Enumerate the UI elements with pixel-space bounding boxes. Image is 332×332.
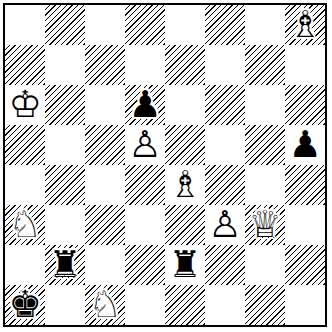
square-b1[interactable] [45,285,85,325]
square-a7[interactable] [5,45,45,85]
square-a8[interactable] [5,5,45,45]
square-e6[interactable] [165,85,205,125]
square-f2[interactable] [205,245,245,285]
square-e5[interactable] [165,125,205,165]
square-g8[interactable] [245,5,285,45]
square-c3[interactable] [85,205,125,245]
square-e3[interactable] [165,205,205,245]
square-g1[interactable] [245,285,285,325]
white-bishop-icon: ♗ [285,5,325,45]
white-queen-icon: ♕ [245,205,285,245]
square-g7[interactable] [245,45,285,85]
square-e4[interactable]: ♝♗ [165,165,205,205]
square-e7[interactable] [165,45,205,85]
black-pawn-icon: ♟ [125,85,165,125]
square-e8[interactable] [165,5,205,45]
square-c6[interactable] [85,85,125,125]
square-f3[interactable]: ♟♙ [205,205,245,245]
white-pawn-icon: ♙ [205,205,245,245]
square-f8[interactable] [205,5,245,45]
square-g6[interactable] [245,85,285,125]
square-d2[interactable] [125,245,165,285]
square-b5[interactable] [45,125,85,165]
square-c5[interactable] [85,125,125,165]
square-h1[interactable] [285,285,325,325]
square-h2[interactable] [285,245,325,285]
square-f6[interactable] [205,85,245,125]
square-f4[interactable] [205,165,245,205]
square-g5[interactable] [245,125,285,165]
square-h6[interactable] [285,85,325,125]
square-c8[interactable] [85,5,125,45]
square-g3[interactable]: ♛♕ [245,205,285,245]
square-h8[interactable]: ♝♗ [285,5,325,45]
white-knight-icon: ♘ [5,205,45,245]
square-h4[interactable] [285,165,325,205]
square-d8[interactable] [125,5,165,45]
square-f1[interactable] [205,285,245,325]
square-c4[interactable] [85,165,125,205]
white-pawn-icon: ♙ [125,125,165,165]
square-d6[interactable]: ♟ [125,85,165,125]
square-b7[interactable] [45,45,85,85]
white-knight-icon: ♘ [85,285,125,325]
square-f7[interactable] [205,45,245,85]
black-rook-icon: ♜ [45,245,85,285]
square-h5[interactable]: ♟ [285,125,325,165]
square-d7[interactable] [125,45,165,85]
square-a1[interactable]: ♚ [5,285,45,325]
square-b2[interactable]: ♜ [45,245,85,285]
square-a4[interactable] [5,165,45,205]
square-c2[interactable] [85,245,125,285]
square-a3[interactable]: ♞♘ [5,205,45,245]
square-f5[interactable] [205,125,245,165]
square-e1[interactable] [165,285,205,325]
square-b4[interactable] [45,165,85,205]
black-king-icon: ♚ [5,285,45,325]
square-h7[interactable] [285,45,325,85]
black-rook-icon: ♜ [165,245,205,285]
chessboard-grid: ♝♗♚♔♟♟♙♟♝♗♞♘♟♙♛♕♜♜♚♞♘ [5,5,325,325]
square-c1[interactable]: ♞♘ [85,285,125,325]
square-a2[interactable] [5,245,45,285]
chessboard: ♝♗♚♔♟♟♙♟♝♗♞♘♟♙♛♕♜♜♚♞♘ [3,3,327,327]
square-b8[interactable] [45,5,85,45]
square-b6[interactable] [45,85,85,125]
square-d3[interactable] [125,205,165,245]
square-e2[interactable]: ♜ [165,245,205,285]
square-g2[interactable] [245,245,285,285]
square-a6[interactable]: ♚♔ [5,85,45,125]
square-d5[interactable]: ♟♙ [125,125,165,165]
white-king-icon: ♔ [5,85,45,125]
square-d4[interactable] [125,165,165,205]
square-a5[interactable] [5,125,45,165]
white-bishop-icon: ♗ [165,165,205,205]
square-h3[interactable] [285,205,325,245]
square-d1[interactable] [125,285,165,325]
square-b3[interactable] [45,205,85,245]
square-c7[interactable] [85,45,125,85]
black-pawn-icon: ♟ [285,125,325,165]
square-g4[interactable] [245,165,285,205]
